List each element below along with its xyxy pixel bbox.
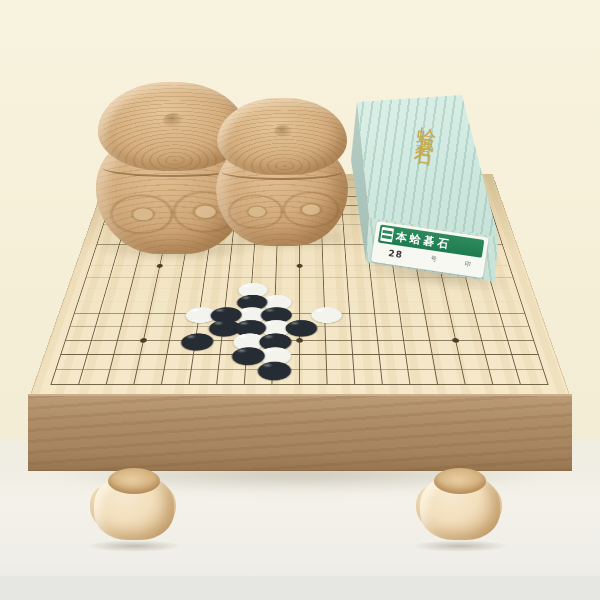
scene: ●●●●●●●●●●●●●●●●●● 蛤碁石: [0, 0, 600, 600]
star-point: [452, 338, 459, 342]
black-stone-J2: ●: [255, 360, 289, 378]
floor-front-strip: [0, 576, 600, 600]
go-stone-box: 蛤碁石 本蛤碁石 28 号 印: [346, 90, 512, 290]
board-leg-right: [416, 468, 504, 544]
bowl-lid-dimple: [274, 125, 292, 138]
go-board-front-face: [28, 394, 572, 471]
label-grade-mark: 印: [464, 259, 471, 269]
bowl-seam: [221, 163, 342, 180]
star-point: [297, 264, 303, 268]
label-size-number: 28: [388, 248, 404, 260]
black-stone-F4: ●: [178, 332, 212, 349]
go-stone-bowl-right: [216, 98, 348, 246]
star-point: [156, 264, 163, 268]
star-point: [140, 338, 147, 342]
label-size-suffix: 号: [430, 254, 437, 264]
label-corner-seal: [380, 227, 394, 243]
leg-waist: [434, 468, 486, 494]
board-leg-left: [90, 468, 178, 544]
leg-waist: [108, 468, 160, 494]
